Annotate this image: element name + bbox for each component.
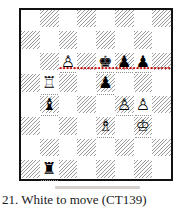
square-b8 — [40, 10, 59, 27]
square-a1 — [21, 160, 40, 177]
screen: ♙♚♟♟♖♟♝♙♙♗♔♜ 21. White to move (CT139) — [0, 0, 176, 215]
square-f4: ♙ — [115, 96, 134, 113]
square-b2 — [40, 139, 59, 156]
square-h1 — [152, 160, 171, 177]
square-a3 — [21, 117, 40, 134]
square-b7 — [40, 31, 59, 48]
black-rook-b1: ♜ — [42, 160, 56, 177]
square-e2 — [96, 139, 115, 156]
square-d5 — [77, 74, 96, 91]
square-b6 — [40, 53, 59, 70]
square-e5: ♟ — [96, 74, 115, 91]
square-e8 — [96, 10, 115, 27]
square-f7 — [115, 31, 134, 48]
square-f2 — [115, 139, 134, 156]
square-h5 — [152, 74, 171, 91]
square-f1 — [115, 160, 134, 177]
scan-artifact-line — [55, 186, 140, 189]
square-h4 — [152, 96, 171, 113]
square-a6 — [21, 53, 40, 70]
white-pawn-g4: ♙ — [136, 96, 150, 113]
board-grid: ♙♚♟♟♖♟♝♙♙♗♔♜ — [21, 10, 171, 178]
square-d2 — [77, 139, 96, 156]
square-d3 — [77, 117, 96, 134]
black-pawn-e5: ♟ — [98, 74, 112, 91]
square-g1 — [134, 160, 153, 177]
square-g3: ♔ — [134, 117, 153, 134]
square-b5: ♖ — [40, 74, 59, 91]
square-a5 — [21, 74, 40, 91]
square-a2 — [21, 139, 40, 156]
square-b4: ♝ — [40, 96, 59, 113]
square-a7 — [21, 31, 40, 48]
square-d8 — [77, 10, 96, 27]
square-h8 — [152, 10, 171, 27]
black-bishop-b4: ♝ — [42, 96, 56, 113]
white-rook-b5: ♖ — [42, 74, 56, 91]
square-c7 — [59, 31, 78, 48]
square-f8 — [115, 10, 134, 27]
diagram-caption: 21. White to move (CT139) — [2, 192, 147, 208]
square-e4 — [96, 96, 115, 113]
chess-board: ♙♚♟♟♖♟♝♙♙♗♔♜ — [19, 8, 173, 181]
square-g5 — [134, 74, 153, 91]
square-b3 — [40, 117, 59, 134]
square-g2 — [134, 139, 153, 156]
square-a8 — [21, 10, 40, 27]
square-c4 — [59, 96, 78, 113]
square-h3 — [152, 117, 171, 134]
square-a4 — [21, 96, 40, 113]
square-d7 — [77, 31, 96, 48]
square-g4: ♙ — [134, 96, 153, 113]
white-bishop-e3: ♗ — [98, 117, 112, 134]
square-c2 — [59, 139, 78, 156]
square-c3 — [59, 117, 78, 134]
square-e7 — [96, 31, 115, 48]
square-c5 — [59, 74, 78, 91]
square-f5 — [115, 74, 134, 91]
square-d4 — [77, 96, 96, 113]
white-pawn-f4: ♙ — [117, 96, 131, 113]
square-f3 — [115, 117, 134, 134]
square-e3: ♗ — [96, 117, 115, 134]
square-b1: ♜ — [40, 160, 59, 177]
spellcheck-squiggle — [59, 67, 172, 70]
square-g8 — [134, 10, 153, 27]
square-e1 — [96, 160, 115, 177]
square-c1 — [59, 160, 78, 177]
square-d1 — [77, 160, 96, 177]
square-h2 — [152, 139, 171, 156]
square-c8 — [59, 10, 78, 27]
square-h7 — [152, 31, 171, 48]
white-king-g3: ♔ — [136, 117, 150, 134]
square-g7 — [134, 31, 153, 48]
